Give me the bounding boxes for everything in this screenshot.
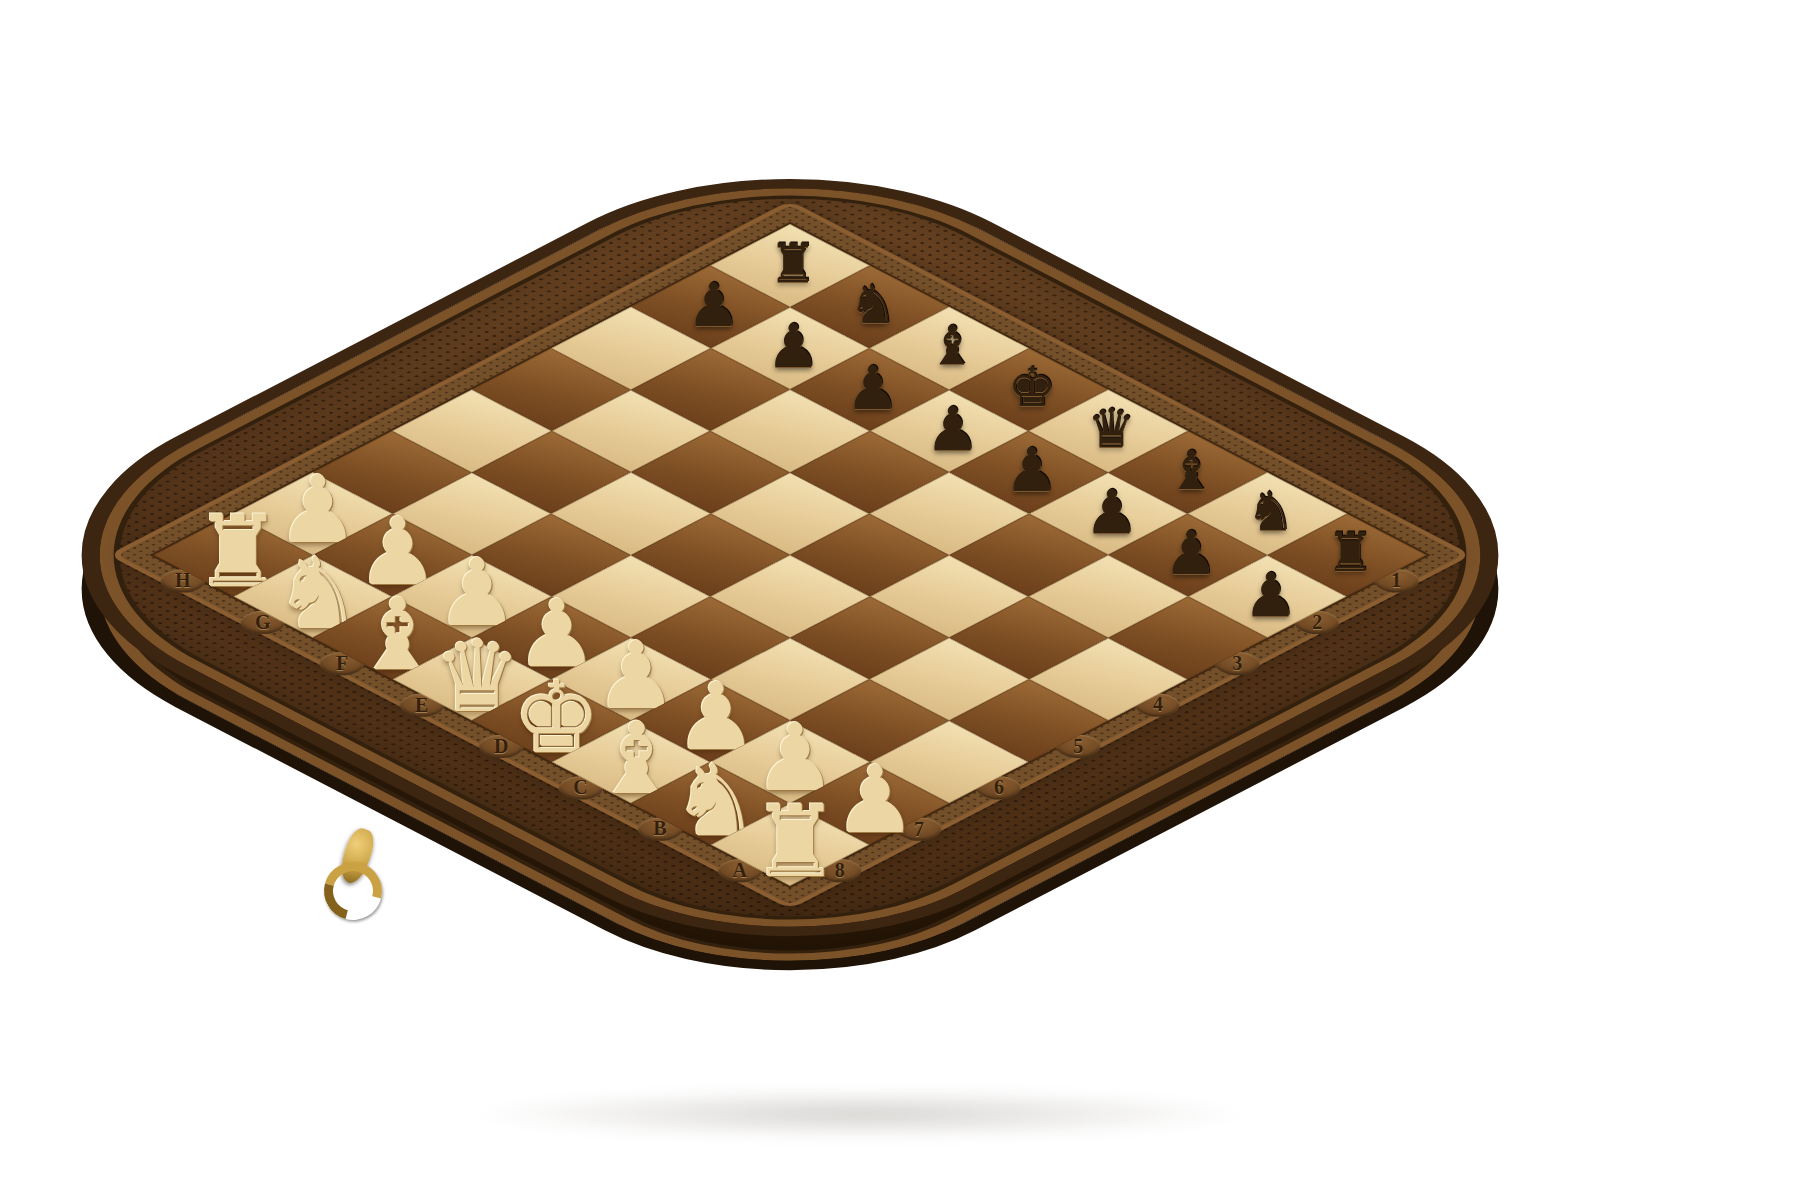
black-knight[interactable]: ♞ — [848, 278, 896, 332]
black-pawn[interactable]: ♟ — [687, 275, 741, 335]
white-rook[interactable]: ♜ — [751, 792, 840, 891]
black-king[interactable]: ♚ — [1007, 361, 1055, 415]
rank-tab-label: 1 — [1392, 569, 1402, 592]
black-pawn[interactable]: ♟ — [766, 316, 820, 376]
photo-background: ♜♞♝♚♛♝♞♜♟♟♟♟♟♟♟♟♟♟♟♟♟♟♟♟♜♞♝♛♚♝♞♜ HGFEDCB… — [0, 0, 1800, 1200]
black-pawn[interactable]: ♟ — [1084, 482, 1138, 542]
brass-latch-hook-icon — [313, 851, 392, 930]
brass-latch[interactable] — [318, 828, 388, 908]
black-knight[interactable]: ♞ — [1246, 485, 1294, 539]
rank-tab-label: 5 — [1073, 735, 1083, 758]
black-pawn[interactable]: ♟ — [1244, 564, 1298, 624]
black-bishop[interactable]: ♝ — [928, 320, 976, 374]
rank-tab-label: 6 — [994, 776, 1004, 799]
black-pawn[interactable]: ♟ — [1164, 523, 1218, 583]
black-pawn[interactable]: ♟ — [846, 358, 900, 418]
black-rook[interactable]: ♜ — [769, 237, 817, 291]
black-bishop[interactable]: ♝ — [1167, 444, 1215, 498]
rank-tab-label: 2 — [1312, 611, 1322, 634]
chess-board: ♜♞♝♚♛♝♞♜♟♟♟♟♟♟♟♟♟♟♟♟♟♟♟♟♜♞♝♛♚♝♞♜ HGFEDCB… — [0, 117, 1631, 992]
black-queen[interactable]: ♛ — [1087, 402, 1135, 456]
black-pawn[interactable]: ♟ — [1005, 440, 1059, 500]
black-pawn[interactable]: ♟ — [925, 399, 979, 459]
rank-tab-label: 4 — [1153, 693, 1163, 716]
black-rook[interactable]: ♜ — [1326, 526, 1374, 580]
rank-tab-label: 3 — [1233, 652, 1243, 675]
playing-surface: ♜♞♝♚♛♝♞♜♟♟♟♟♟♟♟♟♟♟♟♟♟♟♟♟♜♞♝♛♚♝♞♜ HGFEDCB… — [117, 205, 1463, 905]
board-shadow — [470, 1088, 1250, 1140]
